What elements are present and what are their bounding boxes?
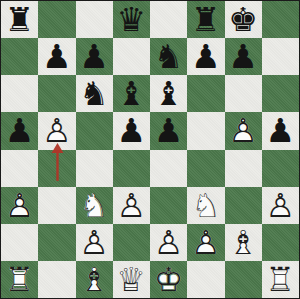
square-d6[interactable]: ♝ <box>113 75 150 112</box>
square-f7[interactable]: ♟ <box>187 38 224 75</box>
white-bishop-outline-glyph: ♗ <box>76 261 113 298</box>
black-bishop-glyph: ♝ <box>113 75 150 112</box>
square-h3[interactable]: ♟♙ <box>262 187 299 224</box>
black-pawn-glyph: ♟ <box>150 112 187 149</box>
square-e8[interactable] <box>150 1 187 38</box>
square-c5[interactable] <box>76 112 113 149</box>
black-knight-c6[interactable]: ♞ <box>76 75 113 112</box>
square-c8[interactable] <box>76 1 113 38</box>
square-h5[interactable]: ♟ <box>262 112 299 149</box>
white-queen-d1[interactable]: ♛♕ <box>113 261 150 298</box>
square-c7[interactable]: ♟ <box>76 38 113 75</box>
square-e3[interactable] <box>150 187 187 224</box>
black-queen-glyph: ♛ <box>113 1 150 38</box>
square-d5[interactable]: ♟ <box>113 112 150 149</box>
square-g8[interactable]: ♚ <box>225 1 262 38</box>
square-d3[interactable]: ♟♙ <box>113 187 150 224</box>
square-c1[interactable]: ♝♗ <box>76 261 113 298</box>
white-pawn-outline-glyph: ♙ <box>113 187 150 224</box>
white-bishop-g2[interactable]: ♝♗ <box>225 224 262 261</box>
square-e2[interactable]: ♟♙ <box>150 224 187 261</box>
white-pawn-outline-glyph: ♙ <box>38 112 75 149</box>
white-pawn-c2[interactable]: ♟♙ <box>76 224 113 261</box>
square-g4[interactable] <box>225 150 262 187</box>
white-pawn-b5[interactable]: ♟♙ <box>38 112 75 149</box>
square-f4[interactable] <box>187 150 224 187</box>
white-pawn-outline-glyph: ♙ <box>187 224 224 261</box>
square-h7[interactable] <box>262 38 299 75</box>
white-rook-outline-glyph: ♖ <box>262 261 299 298</box>
white-knight-outline-glyph: ♘ <box>187 187 224 224</box>
black-bishop-d6[interactable]: ♝ <box>113 75 150 112</box>
board-grid: ♜♛♜♚♟♟♞♟♟♞♝♝♟♟♙♟♟♟♙♟♟♙♞♘♟♙♞♘♟♙♟♙♟♙♟♙♝♗♜♖… <box>1 1 299 298</box>
black-pawn-glyph: ♟ <box>1 112 38 149</box>
square-c2[interactable]: ♟♙ <box>76 224 113 261</box>
square-a1[interactable]: ♜♖ <box>1 261 38 298</box>
black-knight-glyph: ♞ <box>76 75 113 112</box>
black-knight-glyph: ♞ <box>150 38 187 75</box>
square-g5[interactable]: ♟♙ <box>225 112 262 149</box>
white-knight-outline-glyph: ♘ <box>76 187 113 224</box>
white-bishop-c1[interactable]: ♝♗ <box>76 261 113 298</box>
black-king-glyph: ♚ <box>225 1 262 38</box>
square-h6[interactable] <box>262 75 299 112</box>
square-e4[interactable] <box>150 150 187 187</box>
square-g1[interactable] <box>225 261 262 298</box>
black-pawn-glyph: ♟ <box>262 112 299 149</box>
square-b3[interactable] <box>38 187 75 224</box>
square-e1[interactable]: ♚♔ <box>150 261 187 298</box>
square-a6[interactable] <box>1 75 38 112</box>
square-b8[interactable] <box>38 1 75 38</box>
black-bishop-e6[interactable]: ♝ <box>150 75 187 112</box>
black-pawn-c7[interactable]: ♟ <box>76 38 113 75</box>
square-a2[interactable] <box>1 224 38 261</box>
white-pawn-f2[interactable]: ♟♙ <box>187 224 224 261</box>
square-b5[interactable]: ♟♙ <box>38 112 75 149</box>
square-d1[interactable]: ♛♕ <box>113 261 150 298</box>
white-pawn-d3[interactable]: ♟♙ <box>113 187 150 224</box>
square-b2[interactable] <box>38 224 75 261</box>
white-rook-h1[interactable]: ♜♖ <box>262 261 299 298</box>
white-queen-outline-glyph: ♕ <box>113 261 150 298</box>
square-d8[interactable]: ♛ <box>113 1 150 38</box>
square-e5[interactable]: ♟ <box>150 112 187 149</box>
black-pawn-glyph: ♟ <box>113 112 150 149</box>
black-queen-d8[interactable]: ♛ <box>113 1 150 38</box>
square-h4[interactable] <box>262 150 299 187</box>
square-f3[interactable]: ♞♘ <box>187 187 224 224</box>
black-knight-e7[interactable]: ♞ <box>150 38 187 75</box>
white-rook-outline-glyph: ♖ <box>1 261 38 298</box>
black-bishop-glyph: ♝ <box>150 75 187 112</box>
square-f2[interactable]: ♟♙ <box>187 224 224 261</box>
square-a3[interactable]: ♟♙ <box>1 187 38 224</box>
black-rook-f8[interactable]: ♜ <box>187 1 224 38</box>
square-f6[interactable] <box>187 75 224 112</box>
black-pawn-d5[interactable]: ♟ <box>113 112 150 149</box>
square-f8[interactable]: ♜ <box>187 1 224 38</box>
black-pawn-g7[interactable]: ♟ <box>225 38 262 75</box>
square-b6[interactable] <box>38 75 75 112</box>
white-pawn-outline-glyph: ♙ <box>150 224 187 261</box>
square-c3[interactable]: ♞♘ <box>76 187 113 224</box>
square-c6[interactable]: ♞ <box>76 75 113 112</box>
square-h1[interactable]: ♜♖ <box>262 261 299 298</box>
square-h8[interactable] <box>262 1 299 38</box>
black-pawn-f7[interactable]: ♟ <box>187 38 224 75</box>
black-rook-a8[interactable]: ♜ <box>1 1 38 38</box>
square-h2[interactable] <box>262 224 299 261</box>
square-g6[interactable] <box>225 75 262 112</box>
square-e7[interactable]: ♞ <box>150 38 187 75</box>
square-a4[interactable] <box>1 150 38 187</box>
white-king-e1[interactable]: ♚♔ <box>150 261 187 298</box>
square-g3[interactable] <box>225 187 262 224</box>
square-b7[interactable]: ♟ <box>38 38 75 75</box>
white-pawn-g5[interactable]: ♟♙ <box>225 112 262 149</box>
white-knight-c3[interactable]: ♞♘ <box>76 187 113 224</box>
square-a8[interactable]: ♜ <box>1 1 38 38</box>
square-d4[interactable] <box>113 150 150 187</box>
black-rook-glyph: ♜ <box>187 1 224 38</box>
black-pawn-a5[interactable]: ♟ <box>1 112 38 149</box>
white-pawn-outline-glyph: ♙ <box>76 224 113 261</box>
square-f1[interactable] <box>187 261 224 298</box>
square-e6[interactable]: ♝ <box>150 75 187 112</box>
white-pawn-a3[interactable]: ♟♙ <box>1 187 38 224</box>
white-knight-f3[interactable]: ♞♘ <box>187 187 224 224</box>
square-f5[interactable] <box>187 112 224 149</box>
square-a7[interactable] <box>1 38 38 75</box>
square-a5[interactable]: ♟ <box>1 112 38 149</box>
square-c4[interactable] <box>76 150 113 187</box>
square-d2[interactable] <box>113 224 150 261</box>
black-king-g8[interactable]: ♚ <box>225 1 262 38</box>
white-pawn-outline-glyph: ♙ <box>225 112 262 149</box>
square-b4[interactable] <box>38 150 75 187</box>
black-pawn-e5[interactable]: ♟ <box>150 112 187 149</box>
white-pawn-outline-glyph: ♙ <box>1 187 38 224</box>
black-pawn-glyph: ♟ <box>225 38 262 75</box>
black-pawn-glyph: ♟ <box>38 38 75 75</box>
black-pawn-b7[interactable]: ♟ <box>38 38 75 75</box>
square-g2[interactable]: ♝♗ <box>225 224 262 261</box>
white-king-outline-glyph: ♔ <box>150 261 187 298</box>
square-b1[interactable] <box>38 261 75 298</box>
white-pawn-h3[interactable]: ♟♙ <box>262 187 299 224</box>
black-pawn-glyph: ♟ <box>76 38 113 75</box>
white-pawn-e2[interactable]: ♟♙ <box>150 224 187 261</box>
black-pawn-h5[interactable]: ♟ <box>262 112 299 149</box>
chess-board: ♜♛♜♚♟♟♞♟♟♞♝♝♟♟♙♟♟♟♙♟♟♙♞♘♟♙♞♘♟♙♟♙♟♙♟♙♝♗♜♖… <box>0 0 300 299</box>
white-bishop-outline-glyph: ♗ <box>225 224 262 261</box>
square-g7[interactable]: ♟ <box>225 38 262 75</box>
white-rook-a1[interactable]: ♜♖ <box>1 261 38 298</box>
black-rook-glyph: ♜ <box>1 1 38 38</box>
square-d7[interactable] <box>113 38 150 75</box>
black-pawn-glyph: ♟ <box>187 38 224 75</box>
white-pawn-outline-glyph: ♙ <box>262 187 299 224</box>
